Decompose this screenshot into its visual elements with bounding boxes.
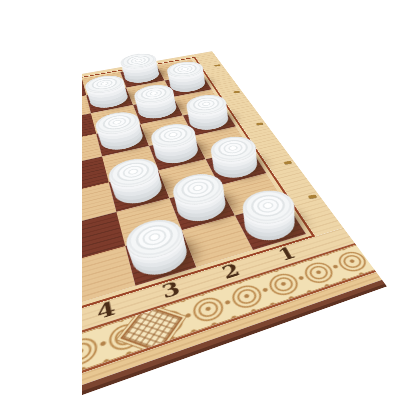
brass-clasp-icon	[284, 161, 292, 165]
white-checker-b2: ⛀	[172, 187, 231, 228]
square-a1: ⛀	[235, 202, 306, 251]
product-photo-scene: ⛀⛀⛀⛀⛀⛀⛀⛀⛀⛀⛀⛀ 4321	[0, 0, 400, 400]
white-checker-f2: ⛀	[135, 98, 180, 123]
brass-clasp-icon	[308, 195, 317, 199]
white-checker-a1: ⛀	[238, 204, 302, 248]
brass-clasp-icon	[256, 122, 263, 125]
brass-clasp-icon	[214, 64, 220, 66]
photo-crop-margin	[0, 0, 82, 400]
diamond-medallion-icon	[123, 307, 180, 349]
white-checker-a3: ⛀	[128, 233, 192, 283]
brass-clasp-icon	[233, 91, 240, 93]
